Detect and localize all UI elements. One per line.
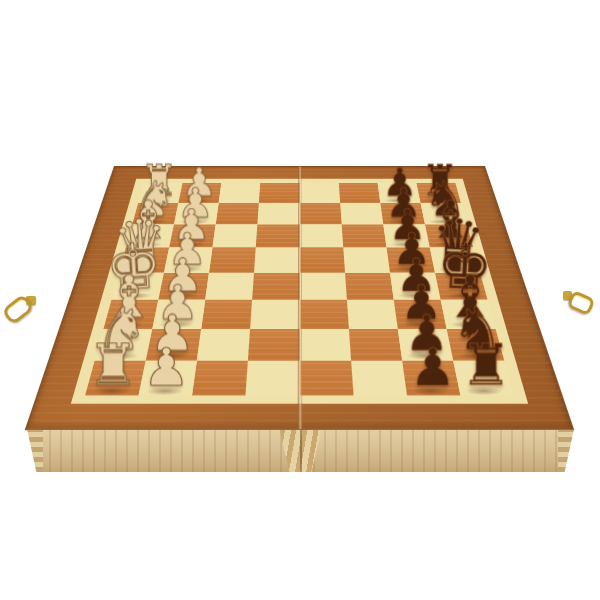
clasp-ring bbox=[566, 290, 595, 316]
square bbox=[300, 299, 349, 328]
chess-board: ♜♟♟♜♞♟♟♞♝♟♟♝♛♟♟♛♚♟♟♚♝♟♟♝♞♟♟♞♜♟♟♜ bbox=[26, 167, 573, 430]
square bbox=[300, 225, 343, 248]
square bbox=[300, 273, 347, 300]
square bbox=[300, 203, 342, 224]
square bbox=[300, 361, 354, 396]
square bbox=[300, 248, 345, 273]
square: ♟ bbox=[139, 361, 197, 396]
square bbox=[341, 225, 386, 248]
square bbox=[338, 183, 380, 203]
square: ♜ bbox=[85, 361, 146, 396]
square bbox=[348, 329, 401, 361]
square bbox=[351, 361, 407, 396]
square: ♟ bbox=[402, 361, 460, 396]
square bbox=[246, 361, 300, 396]
board-frame: ♜♟♟♜♞♟♟♞♝♟♟♝♛♟♟♛♚♟♟♚♝♟♟♝♞♟♟♞♜♟♟♜ bbox=[26, 167, 573, 430]
brass-clasp-right-icon bbox=[563, 285, 597, 319]
square bbox=[253, 273, 300, 300]
chess-set-photo: ♜♟♟♜♞♟♟♞♝♟♟♝♛♟♟♛♚♟♟♚♝♟♟♝♞♟♟♞♜♟♟♜ bbox=[0, 0, 600, 600]
white-pawn: ♟ bbox=[143, 341, 190, 393]
square bbox=[248, 329, 299, 361]
square bbox=[202, 299, 253, 328]
square bbox=[256, 225, 299, 248]
square bbox=[258, 203, 300, 224]
square bbox=[343, 248, 390, 273]
square bbox=[251, 299, 300, 328]
center-seam bbox=[300, 430, 302, 472]
square bbox=[206, 273, 255, 300]
square: ♜ bbox=[453, 361, 514, 396]
square bbox=[216, 203, 259, 224]
square bbox=[346, 299, 397, 328]
square bbox=[254, 248, 299, 273]
square bbox=[345, 273, 394, 300]
square bbox=[209, 248, 256, 273]
square bbox=[197, 329, 250, 361]
corner-joint-left bbox=[27, 430, 43, 472]
square bbox=[192, 361, 248, 396]
corner-joint-right bbox=[558, 430, 574, 472]
square bbox=[259, 183, 299, 203]
square bbox=[213, 225, 258, 248]
square bbox=[300, 183, 340, 203]
square bbox=[340, 203, 383, 224]
white-rook: ♜ bbox=[87, 336, 138, 393]
square bbox=[219, 183, 261, 203]
square bbox=[300, 329, 351, 361]
brass-clasp-left-icon bbox=[2, 288, 36, 324]
black-pawn: ♟ bbox=[410, 341, 457, 393]
black-rook: ♜ bbox=[461, 336, 512, 393]
box-side-panel bbox=[27, 429, 574, 472]
